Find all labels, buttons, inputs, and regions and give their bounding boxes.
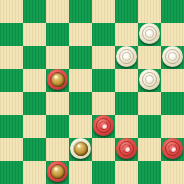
square-r3c6[interactable] — [138, 69, 161, 92]
square-r1c1 — [23, 23, 46, 46]
square-r5c7 — [161, 115, 184, 138]
piece-red-king[interactable] — [47, 161, 68, 182]
square-r1c5 — [115, 23, 138, 46]
square-r3c5 — [115, 69, 138, 92]
piece-white-man[interactable] — [139, 69, 160, 90]
square-r0c2 — [46, 0, 69, 23]
square-r7c1 — [23, 161, 46, 184]
square-r4c1[interactable] — [23, 92, 46, 115]
square-r2c0 — [0, 46, 23, 69]
square-r7c6[interactable] — [138, 161, 161, 184]
king-crown-gold-disc — [74, 142, 88, 156]
square-r3c2[interactable] — [46, 69, 69, 92]
square-r2c6 — [138, 46, 161, 69]
square-r6c4 — [92, 138, 115, 161]
square-r3c0[interactable] — [0, 69, 23, 92]
piece-white-man[interactable] — [162, 46, 183, 67]
square-r6c7[interactable] — [161, 138, 184, 161]
square-r3c7 — [161, 69, 184, 92]
piece-white-man[interactable] — [139, 23, 160, 44]
square-r1c7 — [161, 23, 184, 46]
square-r0c0 — [0, 0, 23, 23]
square-r4c7[interactable] — [161, 92, 184, 115]
square-r0c1[interactable] — [23, 0, 46, 23]
square-r5c3 — [69, 115, 92, 138]
square-r5c5 — [115, 115, 138, 138]
square-r7c4[interactable] — [92, 161, 115, 184]
square-r2c5[interactable] — [115, 46, 138, 69]
piece-white-king[interactable] — [70, 138, 91, 159]
square-r6c0 — [0, 138, 23, 161]
square-r3c4[interactable] — [92, 69, 115, 92]
square-r7c0[interactable] — [0, 161, 23, 184]
square-r6c5[interactable] — [115, 138, 138, 161]
square-r6c3[interactable] — [69, 138, 92, 161]
square-r3c3 — [69, 69, 92, 92]
piece-red-king[interactable] — [47, 69, 68, 90]
square-r7c5 — [115, 161, 138, 184]
square-r0c6 — [138, 0, 161, 23]
square-r4c2 — [46, 92, 69, 115]
square-r2c4 — [92, 46, 115, 69]
square-r6c1[interactable] — [23, 138, 46, 161]
square-r2c1[interactable] — [23, 46, 46, 69]
square-r4c6 — [138, 92, 161, 115]
square-r1c2[interactable] — [46, 23, 69, 46]
square-r1c0[interactable] — [0, 23, 23, 46]
square-r2c2 — [46, 46, 69, 69]
square-r6c2 — [46, 138, 69, 161]
piece-red-man[interactable] — [93, 115, 114, 136]
square-r4c4 — [92, 92, 115, 115]
square-r5c4[interactable] — [92, 115, 115, 138]
square-r1c3 — [69, 23, 92, 46]
checkers-board — [0, 0, 184, 184]
square-r3c1 — [23, 69, 46, 92]
square-r4c5[interactable] — [115, 92, 138, 115]
square-r0c3[interactable] — [69, 0, 92, 23]
king-crown-gold-disc — [51, 73, 65, 87]
square-r2c7[interactable] — [161, 46, 184, 69]
square-r4c3[interactable] — [69, 92, 92, 115]
king-crown-gold-disc — [51, 165, 65, 179]
square-r2c3[interactable] — [69, 46, 92, 69]
square-r0c7[interactable] — [161, 0, 184, 23]
square-r6c6 — [138, 138, 161, 161]
square-r0c4 — [92, 0, 115, 23]
square-r7c3 — [69, 161, 92, 184]
piece-red-man[interactable] — [162, 138, 183, 159]
piece-red-man[interactable] — [116, 138, 137, 159]
square-r5c6[interactable] — [138, 115, 161, 138]
square-r5c2[interactable] — [46, 115, 69, 138]
square-r1c6[interactable] — [138, 23, 161, 46]
piece-white-man[interactable] — [116, 46, 137, 67]
square-r5c1 — [23, 115, 46, 138]
square-r4c0 — [0, 92, 23, 115]
square-r0c5[interactable] — [115, 0, 138, 23]
square-r1c4[interactable] — [92, 23, 115, 46]
square-r5c0[interactable] — [0, 115, 23, 138]
square-r7c2[interactable] — [46, 161, 69, 184]
square-r7c7 — [161, 161, 184, 184]
